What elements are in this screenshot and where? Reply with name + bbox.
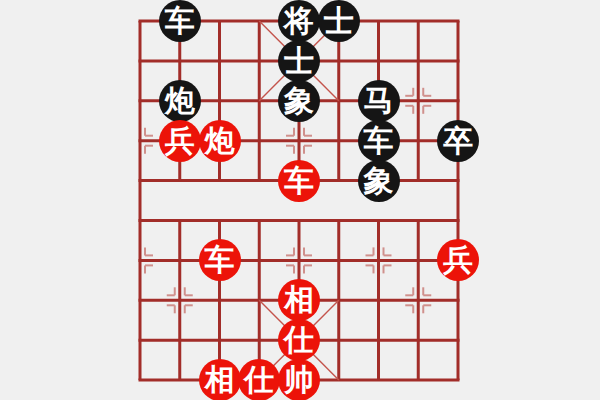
piece-black-chariot[interactable]: 车 (358, 120, 400, 162)
piece-red-advisor[interactable]: 仕 (278, 319, 320, 361)
piece-black-elephant[interactable]: 象 (358, 160, 400, 202)
piece-black-pawn[interactable]: 卒 (437, 120, 479, 162)
piece-red-pawn[interactable]: 兵 (437, 239, 479, 281)
pieces-layer: 车将士士炮象马兵炮车卒车象车兵相仕相仕帅 (0, 0, 600, 400)
piece-red-pawn[interactable]: 兵 (159, 120, 201, 162)
piece-black-chariot[interactable]: 车 (159, 0, 201, 42)
piece-red-chariot[interactable]: 车 (278, 160, 320, 202)
piece-black-horse[interactable]: 马 (358, 80, 400, 122)
piece-red-elephant[interactable]: 相 (199, 359, 241, 400)
piece-red-chariot[interactable]: 车 (199, 239, 241, 281)
piece-red-advisor[interactable]: 仕 (238, 359, 280, 400)
piece-red-general[interactable]: 帅 (278, 359, 320, 400)
piece-black-general[interactable]: 将 (278, 0, 320, 42)
piece-black-cannon[interactable]: 炮 (159, 80, 201, 122)
piece-black-advisor[interactable]: 士 (278, 40, 320, 82)
piece-red-elephant[interactable]: 相 (278, 279, 320, 321)
piece-red-cannon[interactable]: 炮 (199, 120, 241, 162)
piece-black-advisor[interactable]: 士 (318, 0, 360, 42)
xiangqi-board: 车将士士炮象马兵炮车卒车象车兵相仕相仕帅 (0, 0, 600, 400)
piece-black-elephant[interactable]: 象 (278, 80, 320, 122)
